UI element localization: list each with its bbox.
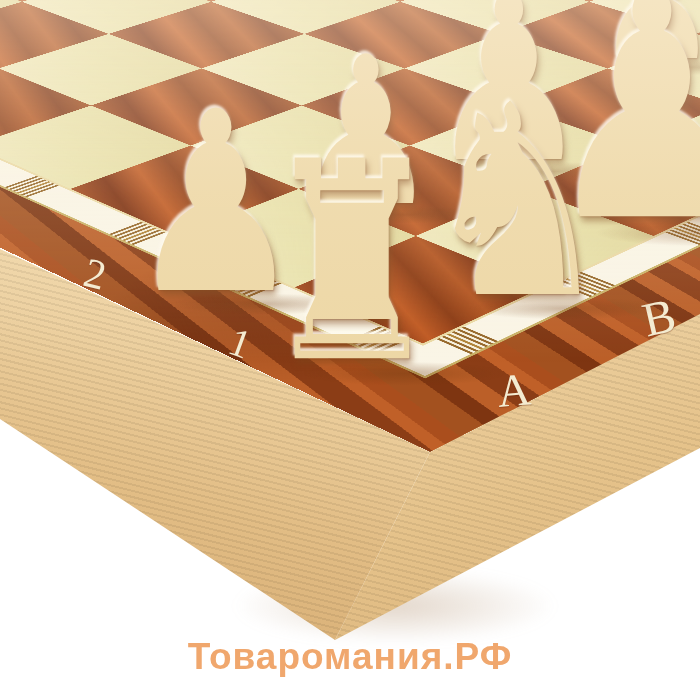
piece-white-rook-b1: ♜ [229, 126, 476, 401]
pieces-layer: ♟♜♞♟♟♟♟ [0, 0, 700, 700]
product-photo-chess-board-corner: 1 2 A B ♟♜♞♟♟♟♟ Товаромания.РФ [0, 0, 700, 700]
chess-piece-glyph: ♜ [261, 126, 443, 401]
watermark-text: Товаромания.РФ [188, 636, 513, 678]
